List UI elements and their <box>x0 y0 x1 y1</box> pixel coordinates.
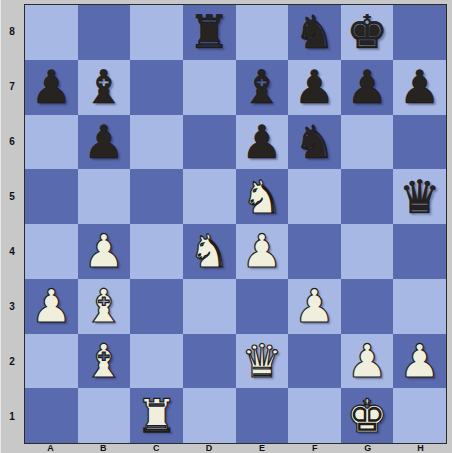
square-h1[interactable] <box>393 388 446 443</box>
square-d2[interactable] <box>183 334 236 389</box>
square-g1[interactable]: ♚ <box>341 388 394 443</box>
square-c4[interactable] <box>130 224 183 279</box>
square-a4[interactable] <box>25 224 78 279</box>
piece-white-pawn[interactable]: ♟ <box>236 224 289 279</box>
piece-white-pawn[interactable]: ♟ <box>393 334 446 389</box>
square-d1[interactable] <box>183 388 236 443</box>
file-label-g: G <box>341 443 394 453</box>
chess-board: ♜♞♚♟♝♝♟♟♟♟♟♞♞♛♟♞♟♟♝♟♝♛♟♟♜♚ <box>25 5 446 443</box>
square-a1[interactable] <box>25 388 78 443</box>
square-a8[interactable] <box>25 5 78 60</box>
piece-white-bishop[interactable]: ♝ <box>78 279 131 334</box>
file-label-d: D <box>183 443 236 453</box>
piece-black-knight[interactable]: ♞ <box>288 115 341 170</box>
piece-white-pawn[interactable]: ♟ <box>288 279 341 334</box>
square-c2[interactable] <box>130 334 183 389</box>
square-g8[interactable]: ♚ <box>341 5 394 60</box>
piece-white-pawn[interactable]: ♟ <box>25 279 78 334</box>
square-h4[interactable] <box>393 224 446 279</box>
square-b2[interactable]: ♝ <box>78 334 131 389</box>
piece-black-pawn[interactable]: ♟ <box>78 115 131 170</box>
square-g2[interactable]: ♟ <box>341 334 394 389</box>
square-f7[interactable]: ♟ <box>288 60 341 115</box>
piece-black-queen[interactable]: ♛ <box>393 169 446 224</box>
piece-black-bishop[interactable]: ♝ <box>78 60 131 115</box>
square-g7[interactable]: ♟ <box>341 60 394 115</box>
square-e1[interactable] <box>236 388 289 443</box>
square-e4[interactable]: ♟ <box>236 224 289 279</box>
square-a5[interactable] <box>25 169 78 224</box>
square-e8[interactable] <box>236 5 289 60</box>
square-f3[interactable]: ♟ <box>288 279 341 334</box>
square-b5[interactable] <box>78 169 131 224</box>
square-c6[interactable] <box>130 115 183 170</box>
piece-black-knight[interactable]: ♞ <box>288 5 341 60</box>
piece-white-bishop[interactable]: ♝ <box>78 334 131 389</box>
piece-white-knight[interactable]: ♞ <box>236 169 289 224</box>
file-label-h: H <box>394 443 447 453</box>
file-label-e: E <box>236 443 289 453</box>
square-f4[interactable] <box>288 224 341 279</box>
square-d8[interactable]: ♜ <box>183 5 236 60</box>
square-f1[interactable] <box>288 388 341 443</box>
square-d4[interactable]: ♞ <box>183 224 236 279</box>
square-f6[interactable]: ♞ <box>288 115 341 170</box>
square-f5[interactable] <box>288 169 341 224</box>
square-d5[interactable] <box>183 169 236 224</box>
file-label-f: F <box>288 443 341 453</box>
square-h8[interactable] <box>393 5 446 60</box>
piece-black-rook[interactable]: ♜ <box>183 5 236 60</box>
square-a7[interactable]: ♟ <box>25 60 78 115</box>
square-g3[interactable] <box>341 279 394 334</box>
square-h2[interactable]: ♟ <box>393 334 446 389</box>
square-f8[interactable]: ♞ <box>288 5 341 60</box>
rank-label-7: 7 <box>0 59 24 114</box>
square-b1[interactable] <box>78 388 131 443</box>
file-label-b: B <box>77 443 130 453</box>
file-label-a: A <box>24 443 77 453</box>
square-f2[interactable] <box>288 334 341 389</box>
square-e2[interactable]: ♛ <box>236 334 289 389</box>
piece-black-king[interactable]: ♚ <box>341 5 394 60</box>
piece-white-rook[interactable]: ♜ <box>130 388 183 443</box>
piece-black-pawn[interactable]: ♟ <box>393 60 446 115</box>
piece-black-bishop[interactable]: ♝ <box>236 60 289 115</box>
piece-white-knight[interactable]: ♞ <box>183 224 236 279</box>
square-h3[interactable] <box>393 279 446 334</box>
chess-app-window: 87654321 ♜♞♚♟♝♝♟♟♟♟♟♞♞♛♟♞♟♟♝♟♝♛♟♟♜♚ ABCD… <box>0 0 452 453</box>
rank-label-2: 2 <box>0 334 24 389</box>
piece-white-king[interactable]: ♚ <box>341 388 394 443</box>
square-c7[interactable] <box>130 60 183 115</box>
rank-label-6: 6 <box>0 114 24 169</box>
square-b6[interactable]: ♟ <box>78 115 131 170</box>
square-g6[interactable] <box>341 115 394 170</box>
rank-label-5: 5 <box>0 169 24 224</box>
piece-black-pawn[interactable]: ♟ <box>341 60 394 115</box>
square-d7[interactable] <box>183 60 236 115</box>
square-c8[interactable] <box>130 5 183 60</box>
board-frame: ♜♞♚♟♝♝♟♟♟♟♟♞♞♛♟♞♟♟♝♟♝♛♟♟♜♚ <box>24 4 447 444</box>
square-a2[interactable] <box>25 334 78 389</box>
square-b3[interactable]: ♝ <box>78 279 131 334</box>
piece-black-pawn[interactable]: ♟ <box>236 115 289 170</box>
square-h6[interactable] <box>393 115 446 170</box>
square-a3[interactable]: ♟ <box>25 279 78 334</box>
square-h7[interactable]: ♟ <box>393 60 446 115</box>
square-c3[interactable] <box>130 279 183 334</box>
rank-label-8: 8 <box>0 4 24 59</box>
piece-black-pawn[interactable]: ♟ <box>288 60 341 115</box>
square-a6[interactable] <box>25 115 78 170</box>
piece-black-pawn[interactable]: ♟ <box>25 60 78 115</box>
rank-label-3: 3 <box>0 279 24 334</box>
file-label-c: C <box>130 443 183 453</box>
piece-white-pawn[interactable]: ♟ <box>341 334 394 389</box>
rank-label-1: 1 <box>0 389 24 444</box>
square-e3[interactable] <box>236 279 289 334</box>
square-c5[interactable] <box>130 169 183 224</box>
square-e5[interactable]: ♞ <box>236 169 289 224</box>
square-d6[interactable] <box>183 115 236 170</box>
square-c1[interactable]: ♜ <box>130 388 183 443</box>
rank-label-4: 4 <box>0 224 24 279</box>
file-labels: ABCDEFGH <box>24 443 447 453</box>
square-b8[interactable] <box>78 5 131 60</box>
square-g4[interactable] <box>341 224 394 279</box>
square-g5[interactable] <box>341 169 394 224</box>
rank-labels: 87654321 <box>0 4 24 444</box>
piece-white-pawn[interactable]: ♟ <box>78 224 131 279</box>
square-h5[interactable]: ♛ <box>393 169 446 224</box>
square-e7[interactable]: ♝ <box>236 60 289 115</box>
square-e6[interactable]: ♟ <box>236 115 289 170</box>
square-b7[interactable]: ♝ <box>78 60 131 115</box>
piece-white-queen[interactable]: ♛ <box>236 334 289 389</box>
square-b4[interactable]: ♟ <box>78 224 131 279</box>
square-d3[interactable] <box>183 279 236 334</box>
